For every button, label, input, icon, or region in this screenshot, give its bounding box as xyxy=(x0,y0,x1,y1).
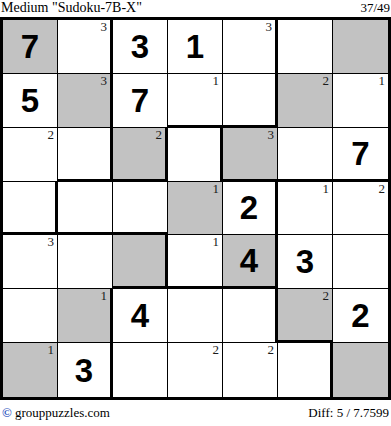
cell-r3c6[interactable] xyxy=(278,128,333,182)
copyright-text: grouppuzzles.com xyxy=(15,405,110,420)
copyright-icon: © xyxy=(2,405,12,420)
cell-value: 1 xyxy=(186,30,204,63)
cell-value: 4 xyxy=(240,244,258,277)
cell-r5c7[interactable] xyxy=(333,235,388,289)
cell-r3c1[interactable]: 2 xyxy=(3,128,58,182)
cell-r5c3[interactable] xyxy=(113,235,168,289)
cell-r1c6[interactable] xyxy=(278,20,333,74)
cell-r7c4[interactable]: 2 xyxy=(168,343,223,397)
pencil-mark: 2 xyxy=(323,289,330,303)
cell-r5c6[interactable]: 3 xyxy=(278,235,333,289)
pencil-mark: 2 xyxy=(213,343,220,357)
pencil-mark: 1 xyxy=(213,182,220,196)
cell-value: 4 xyxy=(131,299,149,332)
cell-r2c5[interactable] xyxy=(223,74,278,128)
cell-r3c7[interactable]: 7 xyxy=(333,128,388,182)
pencil-mark: 1 xyxy=(323,182,330,196)
cell-value: 5 xyxy=(21,84,39,117)
pencil-mark: 1 xyxy=(379,74,386,88)
pencil-mark: 2 xyxy=(48,128,55,142)
footer: © grouppuzzles.com Diff: 5 / 7.7599 xyxy=(0,400,391,426)
pencil-mark: 1 xyxy=(48,343,55,357)
cell-r1c1[interactable]: 7 xyxy=(3,20,58,74)
cell-r4c6[interactable]: 1 xyxy=(278,182,333,236)
cell-value: 7 xyxy=(351,137,369,170)
cell-r7c3[interactable] xyxy=(113,343,168,397)
cell-value: 2 xyxy=(240,191,258,224)
copyright: © grouppuzzles.com xyxy=(2,405,110,421)
sudoku-board: 7331353712122371212314314221322 xyxy=(0,17,391,400)
cell-r7c6[interactable] xyxy=(278,343,333,397)
pencil-mark: 3 xyxy=(101,20,108,34)
cell-r7c1[interactable]: 1 xyxy=(3,343,58,397)
puzzle-title: Medium "Sudoku-7B-X" xyxy=(1,0,142,16)
progress-counter: 37/49 xyxy=(360,0,390,16)
cell-r6c7[interactable]: 2 xyxy=(333,289,388,343)
cell-r6c4[interactable] xyxy=(168,289,223,343)
cell-r7c5[interactable]: 2 xyxy=(223,343,278,397)
cell-r1c4[interactable]: 1 xyxy=(168,20,223,74)
pencil-mark: 2 xyxy=(379,182,386,196)
cell-value: 7 xyxy=(131,84,149,117)
cell-r3c4[interactable] xyxy=(168,128,223,182)
cell-r1c2[interactable]: 3 xyxy=(58,20,113,74)
cell-r1c5[interactable]: 3 xyxy=(223,20,278,74)
difficulty-label: Diff: 5 / 7.7599 xyxy=(308,405,389,421)
cell-r5c1[interactable]: 3 xyxy=(3,235,58,289)
cell-r4c3[interactable] xyxy=(113,182,168,236)
cell-r3c2[interactable] xyxy=(58,128,113,182)
pencil-mark: 2 xyxy=(268,343,275,357)
cell-r1c7[interactable] xyxy=(333,20,388,74)
cell-r6c3[interactable]: 4 xyxy=(113,289,168,343)
cell-value: 3 xyxy=(131,30,149,63)
pencil-mark: 2 xyxy=(156,128,163,142)
cell-r2c7[interactable]: 1 xyxy=(333,74,388,128)
pencil-mark: 1 xyxy=(101,289,108,303)
cell-r1c3[interactable]: 3 xyxy=(113,20,168,74)
cell-value: 3 xyxy=(75,354,93,387)
cell-r2c6[interactable]: 2 xyxy=(278,74,333,128)
cell-r3c5[interactable]: 3 xyxy=(223,128,278,182)
pencil-mark: 3 xyxy=(266,20,273,34)
cell-r5c5[interactable]: 4 xyxy=(223,235,278,289)
cell-r2c4[interactable]: 1 xyxy=(168,74,223,128)
cell-r7c2[interactable]: 3 xyxy=(58,343,113,397)
cell-r4c7[interactable]: 2 xyxy=(333,182,388,236)
cell-r4c4[interactable]: 1 xyxy=(168,182,223,236)
cell-r6c5[interactable] xyxy=(223,289,278,343)
pencil-mark: 3 xyxy=(101,74,108,88)
cell-r6c1[interactable] xyxy=(3,289,58,343)
cell-r2c3[interactable]: 7 xyxy=(113,74,168,128)
cell-r2c2[interactable]: 3 xyxy=(58,74,113,128)
cell-value: 7 xyxy=(21,30,39,63)
cell-r4c1[interactable] xyxy=(3,182,58,236)
pencil-mark: 3 xyxy=(48,235,55,249)
cell-r6c6[interactable]: 2 xyxy=(278,289,333,343)
cell-r4c2[interactable] xyxy=(58,182,113,236)
header: Medium "Sudoku-7B-X" 37/49 xyxy=(0,0,391,17)
cell-r3c3[interactable]: 2 xyxy=(113,128,168,182)
cell-r4c5[interactable]: 2 xyxy=(223,182,278,236)
cell-r5c2[interactable] xyxy=(58,235,113,289)
cell-r2c1[interactable]: 5 xyxy=(3,74,58,128)
pencil-mark: 2 xyxy=(323,74,330,88)
cell-r5c4[interactable]: 1 xyxy=(168,235,223,289)
pencil-mark: 3 xyxy=(268,128,275,142)
cell-r7c7[interactable] xyxy=(333,343,388,397)
cell-value: 3 xyxy=(296,245,314,278)
pencil-mark: 1 xyxy=(213,74,220,88)
pencil-mark: 1 xyxy=(213,235,220,249)
cell-r6c2[interactable]: 1 xyxy=(58,289,113,343)
cell-value: 2 xyxy=(351,299,369,332)
